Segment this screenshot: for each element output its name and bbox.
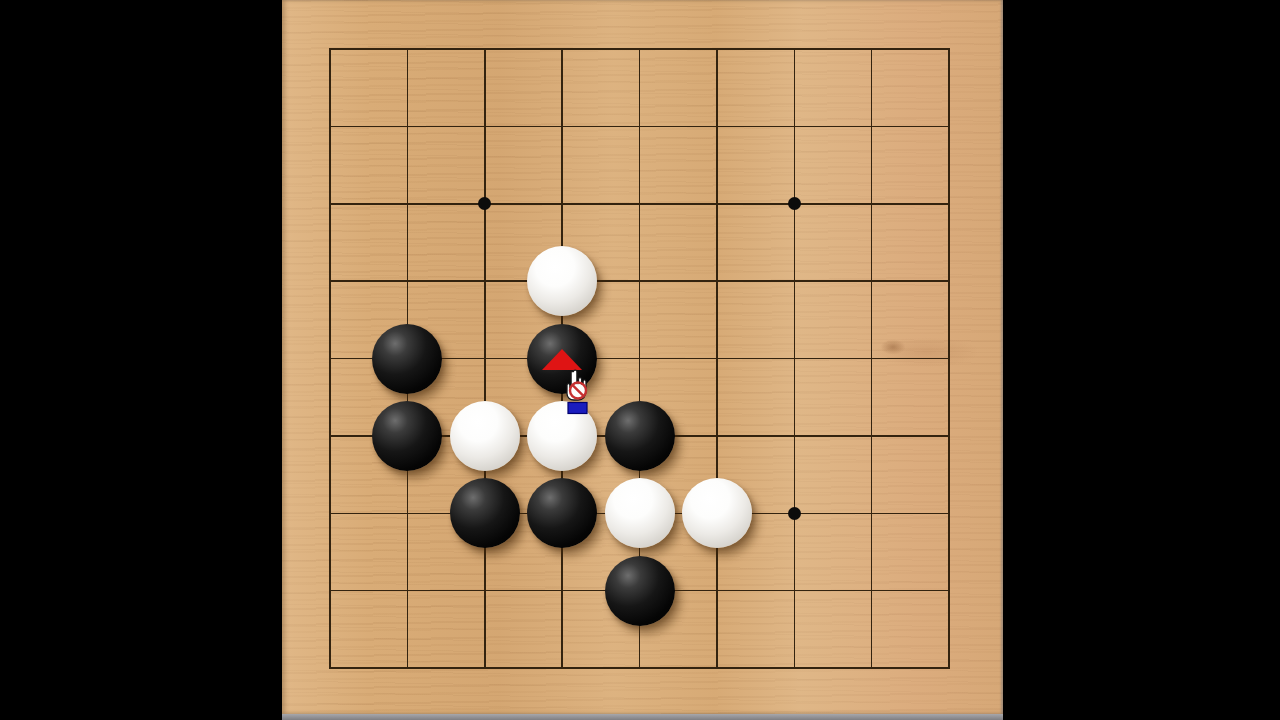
white-stone[interactable] [682, 478, 752, 548]
star-point [788, 197, 801, 210]
black-stone[interactable] [605, 556, 675, 626]
grid-line-vertical [871, 48, 873, 669]
black-stone[interactable] [372, 401, 442, 471]
grid-line-vertical [948, 48, 950, 669]
blue-drag-box [568, 403, 587, 414]
grid-line-horizontal [329, 667, 950, 669]
white-stone[interactable] [450, 401, 520, 471]
go-board[interactable] [330, 49, 949, 668]
left-letterbox [0, 0, 282, 720]
grid-line-vertical [794, 48, 796, 669]
black-stone[interactable] [527, 478, 597, 548]
video-frame [0, 0, 1280, 720]
black-stone[interactable] [605, 401, 675, 471]
black-stone[interactable] [450, 478, 520, 548]
right-letterbox [1003, 0, 1280, 720]
star-point [788, 507, 801, 520]
board-bottom-edge [282, 714, 1003, 720]
white-stone[interactable] [605, 478, 675, 548]
grid-line-vertical [716, 48, 718, 669]
goban [282, 0, 1003, 714]
cursor [558, 366, 596, 418]
black-stone[interactable] [372, 324, 442, 394]
no-entry-icon [570, 383, 586, 399]
star-point [478, 197, 491, 210]
white-stone[interactable] [527, 246, 597, 316]
